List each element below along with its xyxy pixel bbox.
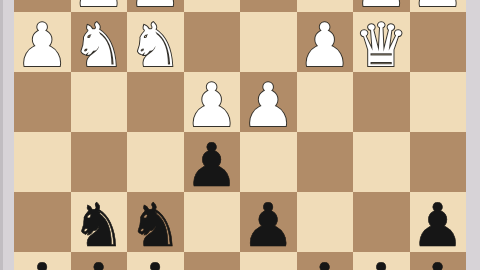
square-b3[interactable]: ♛ bbox=[353, 12, 410, 72]
square-a4[interactable] bbox=[410, 72, 467, 132]
square-e2[interactable] bbox=[184, 0, 241, 12]
white-pawn[interactable]: ♟ bbox=[241, 75, 295, 135]
square-g4[interactable] bbox=[71, 72, 128, 132]
black-pawn[interactable]: ♟ bbox=[72, 255, 126, 270]
square-f6[interactable]: ♞ bbox=[127, 192, 184, 252]
pillarbox-left bbox=[0, 0, 14, 270]
square-g3[interactable]: ♞ bbox=[71, 12, 128, 72]
white-pawn[interactable]: ♟ bbox=[298, 15, 352, 75]
black-knight[interactable]: ♞ bbox=[128, 195, 182, 255]
square-b5[interactable] bbox=[353, 132, 410, 192]
white-knight[interactable]: ♞ bbox=[72, 15, 126, 75]
black-pawn[interactable]: ♟ bbox=[128, 255, 182, 270]
square-g7[interactable]: ♟ bbox=[71, 252, 128, 270]
square-h6[interactable] bbox=[14, 192, 71, 252]
black-pawn[interactable]: ♟ bbox=[411, 195, 465, 255]
square-d6[interactable]: ♟ bbox=[240, 192, 297, 252]
square-a2[interactable]: ♟ bbox=[410, 0, 467, 12]
square-c4[interactable] bbox=[297, 72, 354, 132]
square-d5[interactable] bbox=[240, 132, 297, 192]
square-c5[interactable] bbox=[297, 132, 354, 192]
square-d4[interactable]: ♟ bbox=[240, 72, 297, 132]
square-e4[interactable]: ♟ bbox=[184, 72, 241, 132]
video-frame: ♟♟♟♟♟♞♞♟♛♟♟♟♞♞♟♟♟♟♟♟♟♝ bbox=[0, 0, 480, 270]
chess-board: ♟♟♟♟♟♞♞♟♛♟♟♟♞♞♟♟♟♟♟♟♟♝ bbox=[14, 0, 466, 270]
square-d3[interactable] bbox=[240, 12, 297, 72]
square-h5[interactable] bbox=[14, 132, 71, 192]
square-c6[interactable] bbox=[297, 192, 354, 252]
square-a3[interactable] bbox=[410, 12, 467, 72]
white-pawn[interactable]: ♟ bbox=[185, 75, 239, 135]
square-h3[interactable]: ♟ bbox=[14, 12, 71, 72]
square-h4[interactable] bbox=[14, 72, 71, 132]
square-c3[interactable]: ♟ bbox=[297, 12, 354, 72]
white-knight[interactable]: ♞ bbox=[128, 15, 182, 75]
white-pawn[interactable]: ♟ bbox=[15, 15, 69, 75]
square-f4[interactable] bbox=[127, 72, 184, 132]
square-a7[interactable]: ♝ bbox=[410, 252, 467, 270]
square-b4[interactable] bbox=[353, 72, 410, 132]
frame-edge-strip bbox=[0, 0, 3, 270]
black-bishop[interactable]: ♝ bbox=[411, 255, 465, 270]
square-c7[interactable]: ♟ bbox=[297, 252, 354, 270]
square-e6[interactable] bbox=[184, 192, 241, 252]
square-g5[interactable] bbox=[71, 132, 128, 192]
pillarbox-right bbox=[466, 0, 480, 270]
square-f5[interactable] bbox=[127, 132, 184, 192]
square-b7[interactable]: ♟ bbox=[353, 252, 410, 270]
square-a6[interactable]: ♟ bbox=[410, 192, 467, 252]
black-pawn[interactable]: ♟ bbox=[354, 255, 408, 270]
white-queen[interactable]: ♛ bbox=[354, 15, 408, 75]
square-h7[interactable]: ♟ bbox=[14, 252, 71, 270]
square-f7[interactable]: ♟ bbox=[127, 252, 184, 270]
square-e3[interactable] bbox=[184, 12, 241, 72]
square-b6[interactable] bbox=[353, 192, 410, 252]
black-pawn[interactable]: ♟ bbox=[298, 255, 352, 270]
square-a5[interactable] bbox=[410, 132, 467, 192]
square-e7[interactable] bbox=[184, 252, 241, 270]
square-g6[interactable]: ♞ bbox=[71, 192, 128, 252]
square-e5[interactable]: ♟ bbox=[184, 132, 241, 192]
square-f3[interactable]: ♞ bbox=[127, 12, 184, 72]
white-pawn[interactable]: ♟ bbox=[411, 0, 465, 15]
black-pawn[interactable]: ♟ bbox=[15, 255, 69, 270]
black-knight[interactable]: ♞ bbox=[72, 195, 126, 255]
square-d2[interactable] bbox=[240, 0, 297, 12]
black-pawn[interactable]: ♟ bbox=[241, 195, 295, 255]
black-pawn[interactable]: ♟ bbox=[185, 135, 239, 195]
